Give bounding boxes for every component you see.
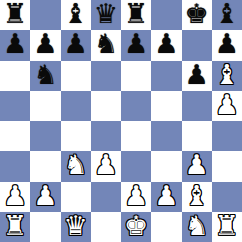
black-pawn[interactable]: ♟	[215, 30, 239, 59]
square-h6[interactable]: ♝	[212, 61, 242, 91]
square-c3[interactable]: ♞	[61, 151, 91, 181]
black-knight[interactable]: ♞	[33, 61, 57, 90]
square-f5[interactable]	[151, 91, 181, 121]
square-g2[interactable]: ♝	[182, 182, 212, 212]
black-rook[interactable]: ♜	[124, 0, 148, 29]
square-a5[interactable]	[0, 91, 30, 121]
black-pawn[interactable]: ♟	[64, 30, 88, 59]
white-pawn[interactable]: ♟	[185, 151, 209, 180]
square-c4[interactable]	[61, 121, 91, 151]
square-d4[interactable]	[91, 121, 121, 151]
white-rook[interactable]: ♜	[215, 212, 239, 241]
square-f7[interactable]: ♟	[151, 30, 181, 60]
square-e2[interactable]: ♟	[121, 182, 151, 212]
square-e8[interactable]: ♜	[121, 0, 151, 30]
square-g5[interactable]	[182, 91, 212, 121]
square-g8[interactable]: ♚	[182, 0, 212, 30]
white-knight[interactable]: ♞	[185, 212, 209, 241]
square-f3[interactable]	[151, 151, 181, 181]
square-a6[interactable]	[0, 61, 30, 91]
white-queen[interactable]: ♛	[64, 212, 88, 241]
square-a4[interactable]	[0, 121, 30, 151]
white-rook[interactable]: ♜	[3, 212, 27, 241]
black-bishop[interactable]: ♝	[215, 0, 239, 29]
white-pawn[interactable]: ♟	[94, 151, 118, 180]
square-f6[interactable]	[151, 61, 181, 91]
white-pawn[interactable]: ♟	[124, 182, 148, 211]
square-h2[interactable]	[212, 182, 242, 212]
square-d6[interactable]	[91, 61, 121, 91]
square-a7[interactable]: ♟	[0, 30, 30, 60]
square-c1[interactable]: ♛	[61, 212, 91, 242]
square-a3[interactable]	[0, 151, 30, 181]
square-f8[interactable]	[151, 0, 181, 30]
black-rook[interactable]: ♜	[3, 0, 27, 29]
square-a1[interactable]: ♜	[0, 212, 30, 242]
square-b4[interactable]	[30, 121, 60, 151]
white-pawn[interactable]: ♟	[154, 182, 178, 211]
square-e4[interactable]	[121, 121, 151, 151]
white-knight[interactable]: ♞	[64, 151, 88, 180]
black-pawn[interactable]: ♟	[33, 30, 57, 59]
square-a8[interactable]: ♜	[0, 0, 30, 30]
square-b3[interactable]	[30, 151, 60, 181]
square-g3[interactable]: ♟	[182, 151, 212, 181]
white-king[interactable]: ♚	[124, 212, 148, 241]
black-king[interactable]: ♚	[185, 0, 209, 29]
square-f4[interactable]	[151, 121, 181, 151]
square-h8[interactable]: ♝	[212, 0, 242, 30]
black-bishop[interactable]: ♝	[64, 0, 88, 29]
black-queen[interactable]: ♛	[94, 0, 118, 29]
square-h1[interactable]: ♜	[212, 212, 242, 242]
square-h5[interactable]: ♟	[212, 91, 242, 121]
white-pawn[interactable]: ♟	[3, 182, 27, 211]
chess-board: ♜♝♛♜♚♝♟♟♟♞♟♟♟♞♟♝♟♞♟♟♟♟♟♟♝♜♛♚♞♜	[0, 0, 242, 242]
square-d1[interactable]	[91, 212, 121, 242]
square-b6[interactable]: ♞	[30, 61, 60, 91]
white-bishop[interactable]: ♝	[185, 182, 209, 211]
square-e6[interactable]	[121, 61, 151, 91]
square-b8[interactable]	[30, 0, 60, 30]
square-a2[interactable]: ♟	[0, 182, 30, 212]
square-c2[interactable]	[61, 182, 91, 212]
square-g7[interactable]	[182, 30, 212, 60]
black-knight[interactable]: ♞	[94, 30, 118, 59]
square-d7[interactable]: ♞	[91, 30, 121, 60]
white-pawn[interactable]: ♟	[215, 91, 239, 120]
square-g4[interactable]	[182, 121, 212, 151]
white-bishop[interactable]: ♝	[215, 61, 239, 90]
square-g1[interactable]: ♞	[182, 212, 212, 242]
square-c5[interactable]	[61, 91, 91, 121]
square-e5[interactable]	[121, 91, 151, 121]
square-h3[interactable]	[212, 151, 242, 181]
square-c8[interactable]: ♝	[61, 0, 91, 30]
square-f1[interactable]	[151, 212, 181, 242]
square-b5[interactable]	[30, 91, 60, 121]
square-d8[interactable]: ♛	[91, 0, 121, 30]
black-pawn[interactable]: ♟	[185, 61, 209, 90]
square-d3[interactable]: ♟	[91, 151, 121, 181]
square-g6[interactable]: ♟	[182, 61, 212, 91]
white-pawn[interactable]: ♟	[33, 182, 57, 211]
square-c7[interactable]: ♟	[61, 30, 91, 60]
square-h4[interactable]	[212, 121, 242, 151]
square-e1[interactable]: ♚	[121, 212, 151, 242]
square-b2[interactable]: ♟	[30, 182, 60, 212]
square-d5[interactable]	[91, 91, 121, 121]
square-b7[interactable]: ♟	[30, 30, 60, 60]
black-pawn[interactable]: ♟	[124, 30, 148, 59]
square-b1[interactable]	[30, 212, 60, 242]
black-pawn[interactable]: ♟	[154, 30, 178, 59]
square-f2[interactable]: ♟	[151, 182, 181, 212]
square-e3[interactable]	[121, 151, 151, 181]
square-e7[interactable]: ♟	[121, 30, 151, 60]
square-c6[interactable]	[61, 61, 91, 91]
black-pawn[interactable]: ♟	[3, 30, 27, 59]
square-d2[interactable]	[91, 182, 121, 212]
square-h7[interactable]: ♟	[212, 30, 242, 60]
